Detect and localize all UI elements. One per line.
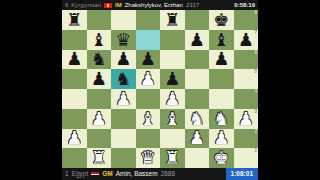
white-board-number: 1 bbox=[65, 169, 69, 179]
square-d2[interactable] bbox=[136, 129, 161, 149]
rank-coordinate: 4 bbox=[254, 89, 257, 94]
white-clock-active: 1:08:01 bbox=[226, 168, 258, 180]
piece-white-king: ♚ bbox=[209, 148, 234, 167]
piece-white-rook: ♜ bbox=[160, 148, 185, 167]
piece-white-bishop: ♝ bbox=[136, 108, 161, 127]
square-b3[interactable]: ♟ bbox=[87, 109, 112, 129]
square-c5[interactable]: ♞ bbox=[111, 69, 136, 89]
piece-white-pawn: ♟ bbox=[136, 69, 161, 88]
square-a6[interactable]: ♟ bbox=[62, 50, 87, 70]
square-c6[interactable]: ♟ bbox=[111, 50, 136, 70]
piece-white-pawn: ♟ bbox=[160, 89, 185, 108]
piece-black-queen: ♛ bbox=[111, 29, 136, 48]
square-c8[interactable] bbox=[111, 10, 136, 30]
square-h4[interactable]: 4 bbox=[234, 89, 259, 109]
square-g5[interactable] bbox=[209, 69, 234, 89]
square-g2[interactable]: ♟ bbox=[209, 129, 234, 149]
piece-black-bishop: ♝ bbox=[87, 29, 112, 48]
square-b6[interactable]: ♞ bbox=[87, 50, 112, 70]
square-f8[interactable] bbox=[185, 10, 210, 30]
piece-black-pawn: ♟ bbox=[136, 49, 161, 68]
square-f5[interactable] bbox=[185, 69, 210, 89]
square-e2[interactable] bbox=[160, 129, 185, 149]
piece-black-pawn: ♟ bbox=[185, 29, 210, 48]
black-board-number: 6 bbox=[65, 0, 68, 10]
white-player-name: Amin, Bassem bbox=[116, 169, 158, 179]
piece-black-king: ♚ bbox=[209, 10, 234, 29]
square-g4[interactable] bbox=[209, 89, 234, 109]
square-d6[interactable]: ♟ bbox=[136, 50, 161, 70]
square-d1[interactable]: ♛ bbox=[136, 148, 161, 168]
square-h8[interactable]: 8 bbox=[234, 10, 259, 30]
letterbox-left bbox=[0, 0, 62, 180]
black-player-name: Zhakshylykov, Erzhan bbox=[125, 0, 183, 10]
square-h6[interactable]: 6 bbox=[234, 50, 259, 70]
black-federation: Kyrgyzstan bbox=[71, 0, 101, 10]
square-f2[interactable]: ♟ bbox=[185, 129, 210, 149]
square-d5[interactable]: ♟ bbox=[136, 69, 161, 89]
piece-black-pawn: ♟ bbox=[160, 69, 185, 88]
square-e4[interactable]: ♟ bbox=[160, 89, 185, 109]
rank-coordinate: 8 bbox=[254, 10, 257, 15]
square-a7[interactable] bbox=[62, 30, 87, 50]
square-f4[interactable] bbox=[185, 89, 210, 109]
square-e3[interactable]: ♝ bbox=[160, 109, 185, 129]
video-frame: 6 Kyrgyzstan IM Zhakshylykov, Erzhan 231… bbox=[0, 0, 320, 180]
white-title-badge: GM bbox=[102, 169, 112, 179]
rank-coordinate: 5 bbox=[254, 69, 257, 74]
square-b8[interactable] bbox=[87, 10, 112, 30]
square-h1[interactable]: 1 bbox=[234, 148, 259, 168]
piece-black-rook: ♜ bbox=[160, 10, 185, 29]
square-e6[interactable] bbox=[160, 50, 185, 70]
square-e7[interactable] bbox=[160, 30, 185, 50]
square-a3[interactable] bbox=[62, 109, 87, 129]
square-a2[interactable]: ♟ bbox=[62, 129, 87, 149]
piece-white-queen: ♛ bbox=[136, 148, 161, 167]
piece-white-rook: ♜ bbox=[87, 148, 112, 167]
square-f1[interactable] bbox=[185, 148, 210, 168]
square-e5[interactable]: ♟ bbox=[160, 69, 185, 89]
kyrgyzstan-flag-icon bbox=[104, 3, 112, 8]
square-a4[interactable] bbox=[62, 89, 87, 109]
piece-white-pawn: ♟ bbox=[87, 108, 112, 127]
letterbox-right bbox=[258, 0, 320, 180]
piece-black-rook: ♜ bbox=[62, 10, 87, 29]
white-player-bar: 1 Egypt GM Amin, Bassem 2686 1:08:01 bbox=[62, 168, 258, 180]
square-d7[interactable] bbox=[136, 30, 161, 50]
rank-coordinate: 2 bbox=[254, 129, 257, 134]
square-b1[interactable]: ♜ bbox=[87, 148, 112, 168]
square-h2[interactable]: 2 bbox=[234, 129, 259, 149]
square-c1[interactable] bbox=[111, 148, 136, 168]
piece-white-pawn: ♟ bbox=[111, 89, 136, 108]
egypt-flag-icon bbox=[91, 172, 99, 177]
piece-black-knight: ♞ bbox=[87, 49, 112, 68]
black-player-rating: 2317 bbox=[186, 0, 199, 10]
rank-coordinate: 1 bbox=[254, 148, 257, 153]
black-player-bar: 6 Kyrgyzstan IM Zhakshylykov, Erzhan 231… bbox=[62, 0, 258, 10]
broadcast-panel: 6 Kyrgyzstan IM Zhakshylykov, Erzhan 231… bbox=[62, 0, 258, 180]
square-d4[interactable] bbox=[136, 89, 161, 109]
square-g7[interactable]: ♝ bbox=[209, 30, 234, 50]
piece-white-knight: ♞ bbox=[185, 108, 210, 127]
piece-white-pawn: ♟ bbox=[62, 128, 87, 147]
square-h3[interactable]: ♟3 bbox=[234, 109, 259, 129]
piece-black-bishop: ♝ bbox=[209, 29, 234, 48]
square-d8[interactable] bbox=[136, 10, 161, 30]
square-f3[interactable]: ♞ bbox=[185, 109, 210, 129]
square-f7[interactable]: ♟ bbox=[185, 30, 210, 50]
piece-black-pawn: ♟ bbox=[62, 49, 87, 68]
rank-coordinate: 6 bbox=[254, 50, 257, 55]
square-a5[interactable] bbox=[62, 69, 87, 89]
square-b5[interactable]: ♟ bbox=[87, 69, 112, 89]
square-c3[interactable] bbox=[111, 109, 136, 129]
piece-black-pawn: ♟ bbox=[87, 69, 112, 88]
square-g1[interactable]: ♚ bbox=[209, 148, 234, 168]
square-b4[interactable] bbox=[87, 89, 112, 109]
chess-board[interactable]: ♜♜♚8♝♛♟♝♟7♟♞♟♟♟6♟♞♟♟5♟♟4♟♝♝♞♞♟3♟♟♟2♜♛♜♚1 bbox=[62, 10, 258, 168]
black-title-badge: IM bbox=[115, 0, 122, 10]
square-g6[interactable]: ♟ bbox=[209, 50, 234, 70]
piece-black-pawn: ♟ bbox=[209, 49, 234, 68]
square-g8[interactable]: ♚ bbox=[209, 10, 234, 30]
square-c4[interactable]: ♟ bbox=[111, 89, 136, 109]
square-f6[interactable] bbox=[185, 50, 210, 70]
white-player-rating: 2686 bbox=[161, 169, 175, 179]
rank-coordinate: 3 bbox=[254, 109, 257, 114]
piece-white-bishop: ♝ bbox=[160, 108, 185, 127]
square-h5[interactable]: 5 bbox=[234, 69, 259, 89]
square-c2[interactable] bbox=[111, 129, 136, 149]
piece-white-pawn: ♟ bbox=[185, 128, 210, 147]
piece-black-pawn: ♟ bbox=[111, 49, 136, 68]
square-e1[interactable]: ♜ bbox=[160, 148, 185, 168]
rank-coordinate: 7 bbox=[254, 30, 257, 35]
white-federation: Egypt bbox=[72, 169, 89, 179]
black-clock: 0:58:19 bbox=[234, 0, 255, 10]
square-h7[interactable]: ♟7 bbox=[234, 30, 259, 50]
piece-white-pawn: ♟ bbox=[209, 128, 234, 147]
square-d3[interactable]: ♝ bbox=[136, 109, 161, 129]
square-e8[interactable]: ♜ bbox=[160, 10, 185, 30]
square-c7[interactable]: ♛ bbox=[111, 30, 136, 50]
piece-black-knight: ♞ bbox=[111, 69, 136, 88]
square-b2[interactable] bbox=[87, 129, 112, 149]
square-a1[interactable] bbox=[62, 148, 87, 168]
square-a8[interactable]: ♜ bbox=[62, 10, 87, 30]
square-b7[interactable]: ♝ bbox=[87, 30, 112, 50]
piece-white-knight: ♞ bbox=[209, 108, 234, 127]
square-g3[interactable]: ♞ bbox=[209, 109, 234, 129]
